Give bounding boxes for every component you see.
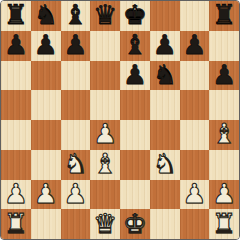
square-d2[interactable]	[90, 180, 120, 210]
white-knight-c3[interactable]: ♞	[63, 150, 87, 177]
square-h8[interactable]: ♜	[209, 1, 239, 31]
square-g7[interactable]: ♟	[180, 31, 210, 61]
white-pawn-h2[interactable]: ♟	[212, 180, 236, 207]
square-e8[interactable]: ♚	[120, 1, 150, 31]
white-bishop-h4[interactable]: ♝	[212, 120, 236, 147]
square-b7[interactable]: ♟	[31, 31, 61, 61]
square-d6[interactable]	[90, 61, 120, 91]
square-e5[interactable]	[120, 90, 150, 120]
white-king-e1[interactable]: ♚	[123, 210, 147, 237]
square-g8[interactable]	[180, 1, 210, 31]
square-e1[interactable]: ♚	[120, 209, 150, 239]
white-pawn-d4[interactable]: ♟	[93, 120, 117, 147]
square-g3[interactable]	[180, 150, 210, 180]
square-g4[interactable]	[180, 120, 210, 150]
black-bishop-c8[interactable]: ♝	[63, 1, 87, 28]
square-f6[interactable]: ♞	[150, 61, 180, 91]
white-rook-a1[interactable]: ♜	[4, 210, 28, 237]
black-pawn-h6[interactable]: ♟	[212, 61, 236, 88]
black-pawn-c7[interactable]: ♟	[63, 31, 87, 58]
square-b5[interactable]	[31, 90, 61, 120]
square-a2[interactable]: ♟	[1, 180, 31, 210]
square-h4[interactable]: ♝	[209, 120, 239, 150]
square-h1[interactable]: ♜	[209, 209, 239, 239]
square-d1[interactable]: ♛	[90, 209, 120, 239]
square-e7[interactable]: ♝	[120, 31, 150, 61]
white-pawn-g2[interactable]: ♟	[182, 180, 206, 207]
white-rook-h1[interactable]: ♜	[212, 210, 236, 237]
square-d3[interactable]: ♝	[90, 150, 120, 180]
black-knight-b8[interactable]: ♞	[34, 1, 58, 28]
square-e4[interactable]	[120, 120, 150, 150]
black-pawn-b7[interactable]: ♟	[34, 31, 58, 58]
square-c6[interactable]	[61, 61, 91, 91]
square-h3[interactable]	[209, 150, 239, 180]
black-rook-h8[interactable]: ♜	[212, 1, 236, 28]
square-a8[interactable]: ♜	[1, 1, 31, 31]
square-b2[interactable]: ♟	[31, 180, 61, 210]
square-b1[interactable]	[31, 209, 61, 239]
square-a7[interactable]: ♟	[1, 31, 31, 61]
square-a4[interactable]	[1, 120, 31, 150]
square-a1[interactable]: ♜	[1, 209, 31, 239]
square-b4[interactable]	[31, 120, 61, 150]
square-f7[interactable]: ♟	[150, 31, 180, 61]
square-a6[interactable]	[1, 61, 31, 91]
black-bishop-e7[interactable]: ♝	[123, 31, 147, 58]
square-f5[interactable]	[150, 90, 180, 120]
square-c2[interactable]: ♟	[61, 180, 91, 210]
white-pawn-a2[interactable]: ♟	[4, 180, 28, 207]
square-b8[interactable]: ♞	[31, 1, 61, 31]
square-f4[interactable]	[150, 120, 180, 150]
square-c3[interactable]: ♞	[61, 150, 91, 180]
square-b3[interactable]	[31, 150, 61, 180]
chess-board: ♜♞♝♛♚♜♟♟♟♝♟♟♟♞♟♟♝♞♝♞♟♟♟♟♟♜♛♚♜	[0, 0, 240, 240]
square-c4[interactable]	[61, 120, 91, 150]
black-pawn-a7[interactable]: ♟	[4, 31, 28, 58]
square-c5[interactable]	[61, 90, 91, 120]
square-f1[interactable]	[150, 209, 180, 239]
square-a5[interactable]	[1, 90, 31, 120]
square-c8[interactable]: ♝	[61, 1, 91, 31]
square-f8[interactable]	[150, 1, 180, 31]
black-pawn-g7[interactable]: ♟	[182, 31, 206, 58]
black-knight-f6[interactable]: ♞	[153, 61, 177, 88]
square-e6[interactable]: ♟	[120, 61, 150, 91]
black-rook-a8[interactable]: ♜	[4, 1, 28, 28]
square-h2[interactable]: ♟	[209, 180, 239, 210]
white-bishop-d3[interactable]: ♝	[93, 150, 117, 177]
black-pawn-e6[interactable]: ♟	[123, 61, 147, 88]
square-a3[interactable]	[1, 150, 31, 180]
square-e3[interactable]	[120, 150, 150, 180]
square-c7[interactable]: ♟	[61, 31, 91, 61]
square-h7[interactable]	[209, 31, 239, 61]
square-h6[interactable]: ♟	[209, 61, 239, 91]
chess-board-container: ♜♞♝♛♚♜♟♟♟♝♟♟♟♞♟♟♝♞♝♞♟♟♟♟♟♜♛♚♜	[0, 0, 240, 240]
square-d7[interactable]	[90, 31, 120, 61]
square-e2[interactable]	[120, 180, 150, 210]
white-knight-f3[interactable]: ♞	[153, 150, 177, 177]
square-b6[interactable]	[31, 61, 61, 91]
square-c1[interactable]	[61, 209, 91, 239]
black-pawn-f7[interactable]: ♟	[153, 31, 177, 58]
square-g1[interactable]	[180, 209, 210, 239]
white-pawn-c2[interactable]: ♟	[63, 180, 87, 207]
square-d4[interactable]: ♟	[90, 120, 120, 150]
square-g6[interactable]	[180, 61, 210, 91]
black-king-e8[interactable]: ♚	[123, 1, 147, 28]
square-f3[interactable]: ♞	[150, 150, 180, 180]
square-h5[interactable]	[209, 90, 239, 120]
white-pawn-b2[interactable]: ♟	[34, 180, 58, 207]
square-d5[interactable]	[90, 90, 120, 120]
black-queen-d8[interactable]: ♛	[93, 1, 117, 28]
square-g5[interactable]	[180, 90, 210, 120]
square-f2[interactable]	[150, 180, 180, 210]
square-g2[interactable]: ♟	[180, 180, 210, 210]
white-queen-d1[interactable]: ♛	[93, 210, 117, 237]
square-d8[interactable]: ♛	[90, 1, 120, 31]
